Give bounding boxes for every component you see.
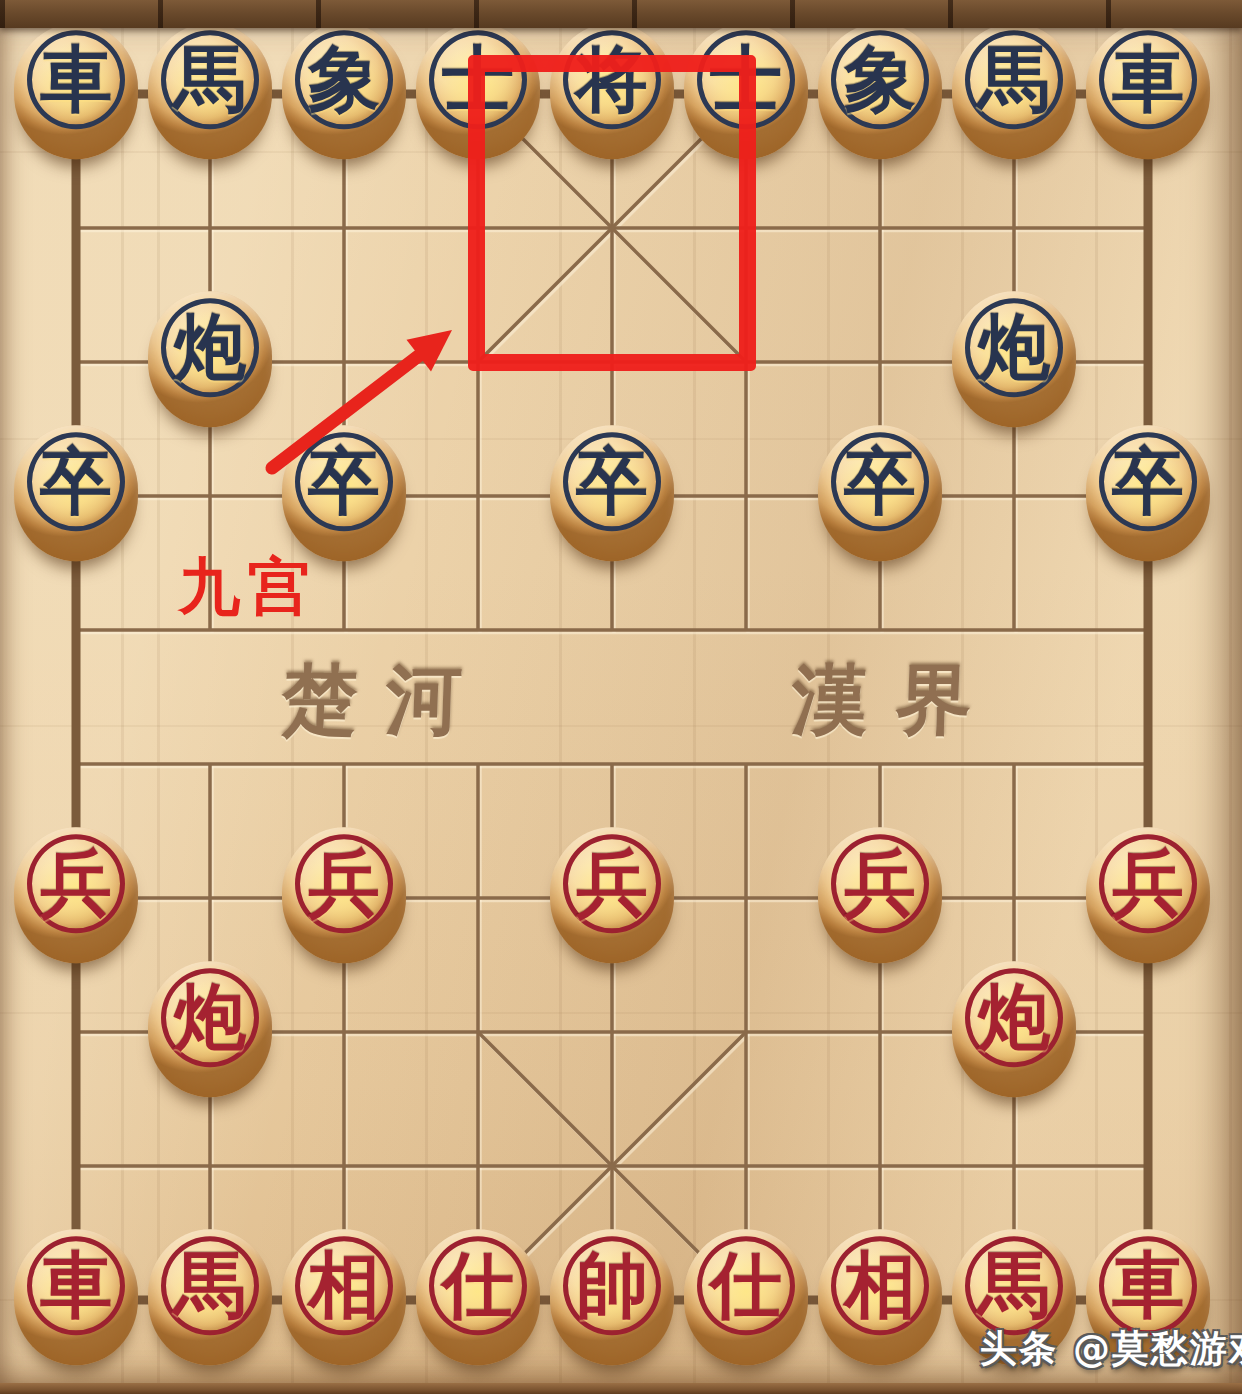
piece-red-advisor[interactable]: 仕 [416, 1229, 540, 1365]
table-wood-top [0, 0, 1242, 28]
piece-red-soldier[interactable]: 兵 [282, 827, 406, 963]
piece-glyph: 卒 [27, 432, 125, 531]
piece-glyph: 将 [563, 30, 661, 129]
piece-black-chariot[interactable]: 車 [14, 23, 138, 159]
piece-glyph: 兵 [831, 834, 929, 933]
piece-black-chariot[interactable]: 車 [1086, 23, 1210, 159]
piece-glyph: 士 [697, 30, 795, 129]
xiangqi-board[interactable]: 楚河 漢界 車馬象士将士象馬車炮炮卒卒卒卒卒兵兵兵兵兵炮炮車馬相仕帥仕相馬車 九… [0, 28, 1242, 1383]
piece-glyph: 馬 [161, 30, 259, 129]
piece-glyph: 馬 [965, 30, 1063, 129]
piece-glyph: 兵 [27, 834, 125, 933]
piece-red-soldier[interactable]: 兵 [818, 827, 942, 963]
piece-glyph: 車 [27, 1236, 125, 1335]
piece-red-soldier[interactable]: 兵 [1086, 827, 1210, 963]
piece-red-soldier[interactable]: 兵 [14, 827, 138, 963]
piece-red-cannon[interactable]: 炮 [148, 961, 272, 1097]
piece-black-cannon[interactable]: 炮 [148, 291, 272, 427]
piece-glyph: 炮 [965, 298, 1063, 397]
piece-black-soldier[interactable]: 卒 [14, 425, 138, 561]
piece-glyph: 兵 [295, 834, 393, 933]
piece-red-chariot[interactable]: 車 [14, 1229, 138, 1365]
piece-glyph: 卒 [295, 432, 393, 531]
piece-black-advisor[interactable]: 士 [416, 23, 540, 159]
piece-red-horse[interactable]: 馬 [148, 1229, 272, 1365]
piece-black-cannon[interactable]: 炮 [952, 291, 1076, 427]
annotation-arrow [0, 28, 1242, 1383]
piece-red-general[interactable]: 帥 [550, 1229, 674, 1365]
board-grid [0, 28, 1242, 1383]
piece-glyph: 馬 [161, 1236, 259, 1335]
piece-glyph: 兵 [1099, 834, 1197, 933]
piece-black-soldier[interactable]: 卒 [282, 425, 406, 561]
piece-glyph: 士 [429, 30, 527, 129]
piece-glyph: 相 [831, 1236, 929, 1335]
piece-red-soldier[interactable]: 兵 [550, 827, 674, 963]
piece-glyph: 仕 [697, 1236, 795, 1335]
piece-glyph: 車 [1099, 1236, 1197, 1335]
piece-glyph: 象 [831, 30, 929, 129]
piece-black-horse[interactable]: 馬 [952, 23, 1076, 159]
piece-glyph: 卒 [563, 432, 661, 531]
piece-black-elephant[interactable]: 象 [818, 23, 942, 159]
piece-red-elephant[interactable]: 相 [282, 1229, 406, 1365]
piece-glyph: 馬 [965, 1236, 1063, 1335]
piece-glyph: 卒 [1099, 432, 1197, 531]
piece-glyph: 象 [295, 30, 393, 129]
piece-glyph: 兵 [563, 834, 661, 933]
piece-glyph: 車 [27, 30, 125, 129]
piece-glyph: 炮 [161, 968, 259, 1067]
river-label-chu: 楚河 [281, 660, 492, 740]
piece-red-cannon[interactable]: 炮 [952, 961, 1076, 1097]
piece-glyph: 相 [295, 1236, 393, 1335]
piece-red-elephant[interactable]: 相 [818, 1229, 942, 1365]
board-bottom-edge [0, 1383, 1242, 1394]
river-label-han: 漢界 [791, 660, 1002, 740]
piece-red-horse[interactable]: 馬 [952, 1229, 1076, 1365]
piece-red-advisor[interactable]: 仕 [684, 1229, 808, 1365]
piece-black-general[interactable]: 将 [550, 23, 674, 159]
piece-glyph: 仕 [429, 1236, 527, 1335]
piece-black-soldier[interactable]: 卒 [550, 425, 674, 561]
piece-glyph: 車 [1099, 30, 1197, 129]
piece-glyph: 帥 [563, 1236, 661, 1335]
arrow-head [407, 330, 453, 372]
piece-red-chariot[interactable]: 車 [1086, 1229, 1210, 1365]
piece-black-horse[interactable]: 馬 [148, 23, 272, 159]
piece-black-soldier[interactable]: 卒 [1086, 425, 1210, 561]
piece-glyph: 卒 [831, 432, 929, 531]
piece-glyph: 炮 [965, 968, 1063, 1067]
piece-black-elephant[interactable]: 象 [282, 23, 406, 159]
piece-black-soldier[interactable]: 卒 [818, 425, 942, 561]
game-screen: 楚河 漢界 車馬象士将士象馬車炮炮卒卒卒卒卒兵兵兵兵兵炮炮車馬相仕帥仕相馬車 九… [0, 0, 1242, 1394]
piece-black-advisor[interactable]: 士 [684, 23, 808, 159]
piece-glyph: 炮 [161, 298, 259, 397]
